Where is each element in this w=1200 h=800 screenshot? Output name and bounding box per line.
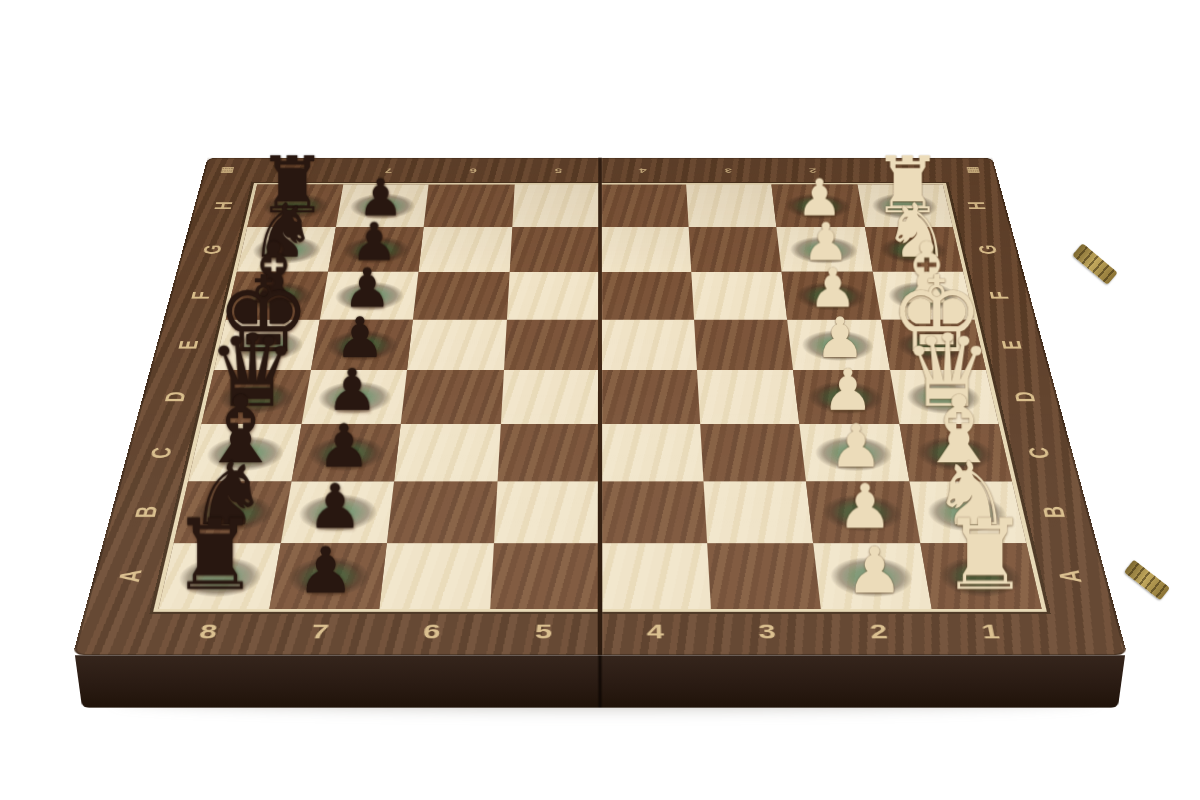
square-b4[interactable]	[600, 481, 707, 543]
rank-label-back-3: 3	[684, 158, 771, 185]
black-pawn-d7[interactable]: ♟	[326, 364, 378, 417]
rank-label-front-1: 1	[931, 609, 1052, 655]
black-pawn-b7[interactable]: ♟	[307, 478, 362, 535]
square-g4[interactable]	[600, 227, 691, 272]
square-b3[interactable]	[703, 481, 813, 543]
square-c4[interactable]	[600, 424, 703, 482]
square-f4[interactable]	[600, 272, 694, 320]
square-c3[interactable]	[700, 424, 806, 482]
brass-latch-icon	[1072, 243, 1118, 285]
square-c5[interactable]	[497, 424, 600, 482]
black-pawn-a7[interactable]: ♟	[297, 542, 354, 601]
square-g6[interactable]	[418, 227, 511, 272]
square-a7[interactable]: ♟	[269, 543, 387, 609]
square-a1[interactable]: ♜	[920, 543, 1042, 609]
square-e5[interactable]	[504, 319, 601, 370]
square-b5[interactable]	[493, 481, 600, 543]
white-pawn-c2[interactable]: ♟	[830, 419, 883, 474]
rank-label-back-4: 4	[600, 158, 686, 185]
square-b6[interactable]	[387, 481, 497, 543]
rank-label-front-7: 7	[261, 609, 380, 655]
square-e4[interactable]	[600, 319, 697, 370]
photo-scene: 87654321 87654321 HGFEDCBA HGFEDCBA ▦ ▦ …	[0, 0, 1200, 800]
white-pawn-d2[interactable]: ♟	[822, 364, 874, 417]
square-e3[interactable]	[694, 319, 793, 370]
square-g3[interactable]	[688, 227, 781, 272]
black-pawn-e7[interactable]: ♟	[335, 312, 385, 363]
brass-latch-icon	[1124, 560, 1170, 601]
square-a5[interactable]	[490, 543, 600, 609]
square-f3[interactable]	[691, 272, 787, 320]
square-h4[interactable]	[600, 185, 688, 227]
rank-label-front-4: 4	[600, 609, 713, 655]
square-d5[interactable]	[500, 370, 600, 424]
rank-label-back-5: 5	[514, 158, 600, 185]
white-pawn-b2[interactable]: ♟	[838, 478, 893, 535]
corner-emblem-icon: ▦	[965, 166, 981, 173]
square-f5[interactable]	[506, 272, 600, 320]
square-g5[interactable]	[509, 227, 600, 272]
rank-label-front-3: 3	[710, 609, 826, 655]
square-c6[interactable]	[394, 424, 500, 482]
square-f6[interactable]	[413, 272, 509, 320]
rank-label-front-8: 8	[148, 609, 269, 655]
square-a6[interactable]	[379, 543, 493, 609]
corner-emblem-icon: ▦	[219, 166, 235, 173]
rank-label-front-6: 6	[374, 609, 490, 655]
rank-label-front-5: 5	[487, 609, 600, 655]
square-a3[interactable]	[707, 543, 821, 609]
square-d6[interactable]	[401, 370, 504, 424]
square-h6[interactable]	[424, 185, 515, 227]
square-a8[interactable]: ♜	[158, 543, 280, 609]
white-pawn-a2[interactable]: ♟	[846, 542, 903, 601]
square-d4[interactable]	[600, 370, 700, 424]
square-d3[interactable]	[697, 370, 800, 424]
square-a4[interactable]	[600, 543, 710, 609]
board-front-side	[75, 655, 1125, 707]
square-e6[interactable]	[407, 319, 506, 370]
square-h3[interactable]	[686, 185, 777, 227]
rank-label-front-2: 2	[821, 609, 940, 655]
black-pawn-c7[interactable]: ♟	[317, 419, 370, 474]
square-h5[interactable]	[512, 185, 600, 227]
square-a2[interactable]: ♟	[813, 543, 931, 609]
chess-board: 87654321 87654321 HGFEDCBA HGFEDCBA ▦ ▦ …	[73, 158, 1128, 656]
white-pawn-e2[interactable]: ♟	[815, 312, 865, 363]
black-rook-a8[interactable]: ♜	[171, 510, 259, 600]
white-rook-a1[interactable]: ♜	[941, 510, 1029, 600]
rank-label-back-6: 6	[429, 158, 516, 185]
